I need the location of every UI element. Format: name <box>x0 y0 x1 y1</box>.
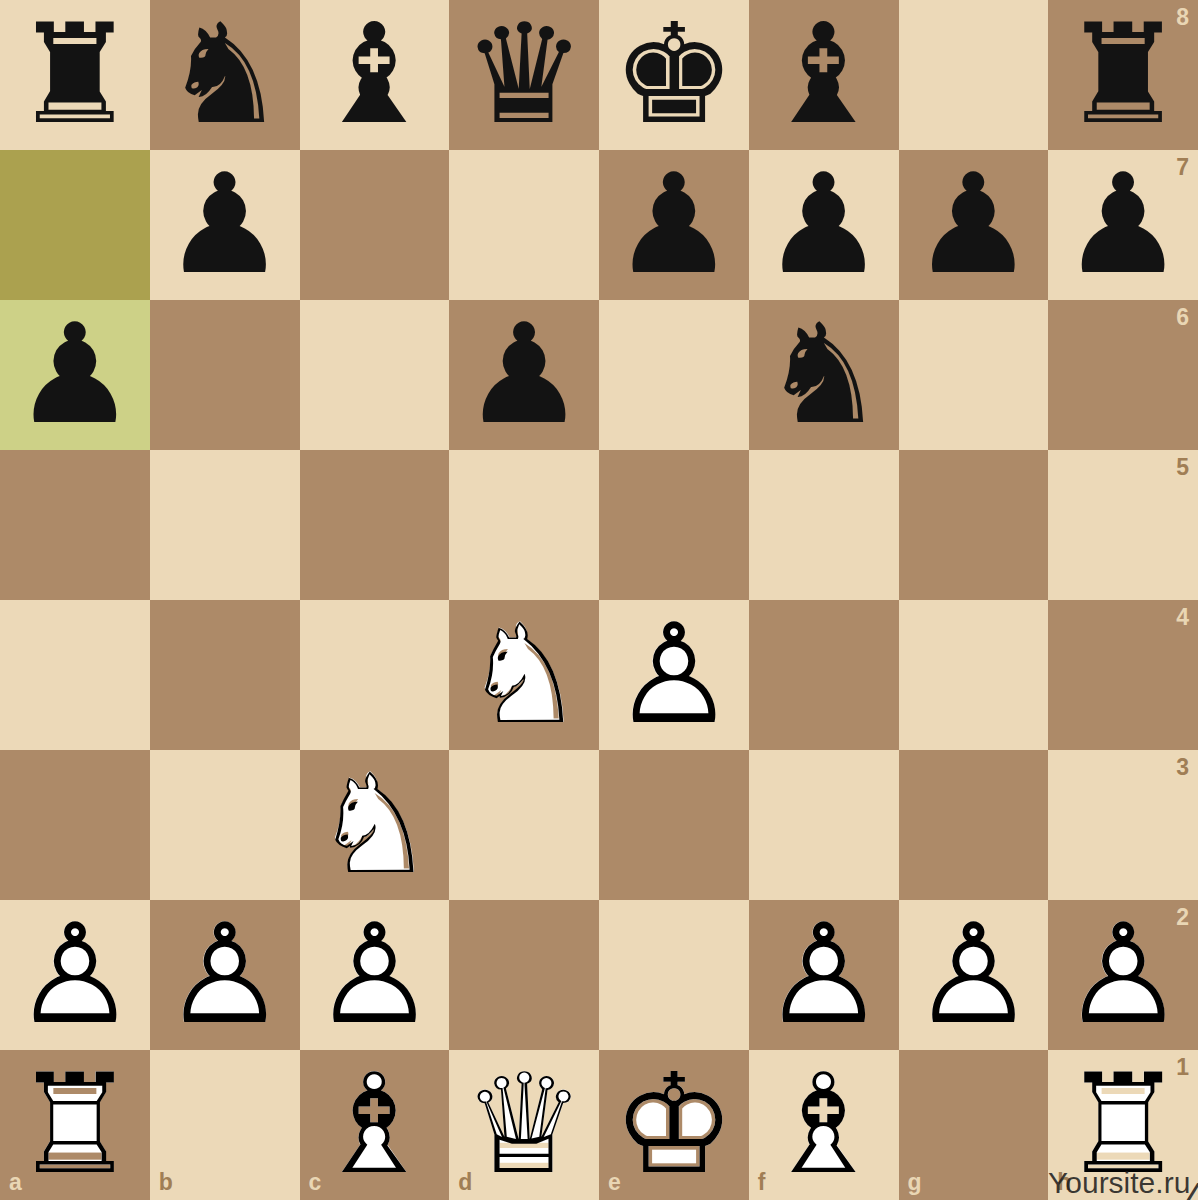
piece-outline-glyph: ♗ <box>300 1050 450 1200</box>
square-h2[interactable]: ♟♙2 <box>1048 900 1198 1050</box>
piece-glyph: ♟ <box>150 150 300 300</box>
watermark-text: Yoursite.ru <box>1048 1168 1190 1198</box>
square-e4[interactable]: ♟♙ <box>599 600 749 750</box>
piece-outline-glyph: ♗ <box>749 1050 899 1200</box>
piece-outline-glyph: ♙ <box>749 900 899 1050</box>
piece-white-knight[interactable]: ♞♘ <box>300 750 450 900</box>
piece-glyph: ♞ <box>150 0 300 150</box>
watermark-flourish: ⁄⁄ <box>1191 1179 1194 1200</box>
square-f8[interactable]: ♝ <box>749 0 899 150</box>
square-d2[interactable] <box>449 900 599 1050</box>
square-c6[interactable] <box>300 300 450 450</box>
square-d4[interactable]: ♞♘ <box>449 600 599 750</box>
piece-black-bishop[interactable]: ♝ <box>749 0 899 150</box>
piece-glyph: ♟ <box>599 150 749 300</box>
square-d7[interactable] <box>449 150 599 300</box>
file-label-e: e <box>608 1171 621 1194</box>
piece-outline-glyph: ♙ <box>150 900 300 1050</box>
square-f2[interactable]: ♟♙ <box>749 900 899 1050</box>
piece-white-bishop[interactable]: ♝♗ <box>749 1050 899 1200</box>
square-h8[interactable]: ♜8 <box>1048 0 1198 150</box>
piece-glyph: ♛ <box>449 0 599 150</box>
piece-black-bishop[interactable]: ♝ <box>300 0 450 150</box>
file-label-g: g <box>908 1171 922 1194</box>
rank-label-1: 1 <box>1176 1056 1189 1079</box>
rank-label-6: 6 <box>1176 306 1189 329</box>
rank-label-8: 8 <box>1176 6 1189 29</box>
piece-outline-glyph: ♙ <box>0 900 150 1050</box>
piece-black-king[interactable]: ♚ <box>599 0 749 150</box>
piece-glyph: ♟ <box>449 300 599 450</box>
rank-label-2: 2 <box>1176 906 1189 929</box>
square-c4[interactable] <box>300 600 450 750</box>
square-c2[interactable]: ♟♙ <box>300 900 450 1050</box>
square-g1[interactable]: g <box>899 1050 1049 1200</box>
square-f7[interactable]: ♟ <box>749 150 899 300</box>
piece-glyph: ♞ <box>749 300 899 450</box>
piece-white-king[interactable]: ♚♔ <box>599 1050 749 1200</box>
piece-glyph: ♟ <box>899 150 1049 300</box>
square-h4[interactable]: 4 <box>1048 600 1198 750</box>
piece-glyph: ♝ <box>749 0 899 150</box>
watermark: Yoursite.ru ⁄⁄ <box>1048 1168 1193 1198</box>
square-c1[interactable]: ♝♗c <box>300 1050 450 1200</box>
square-h3[interactable]: 3 <box>1048 750 1198 900</box>
file-label-b: b <box>159 1171 173 1194</box>
square-h7[interactable]: ♟7 <box>1048 150 1198 300</box>
square-b4[interactable] <box>150 600 300 750</box>
file-label-f: f <box>758 1171 766 1194</box>
square-g5[interactable] <box>899 450 1049 600</box>
square-c7[interactable] <box>300 150 450 300</box>
piece-black-pawn[interactable]: ♟ <box>0 300 150 450</box>
square-a6[interactable]: ♟ <box>0 300 150 450</box>
square-f5[interactable] <box>749 450 899 600</box>
chess-board: ♜♞♝♛♚♝♜8♟♟♟♟♟7♟♟♞65♞♘♟♙4♞♘3♟♙♟♙♟♙♟♙♟♙♟♙2… <box>0 0 1198 1200</box>
square-g4[interactable] <box>899 600 1049 750</box>
square-a2[interactable]: ♟♙ <box>0 900 150 1050</box>
rank-label-5: 5 <box>1176 456 1189 479</box>
rank-label-3: 3 <box>1176 756 1189 779</box>
square-e7[interactable]: ♟ <box>599 150 749 300</box>
square-h5[interactable]: 5 <box>1048 450 1198 600</box>
square-c5[interactable] <box>300 450 450 600</box>
square-b2[interactable]: ♟♙ <box>150 900 300 1050</box>
square-g2[interactable]: ♟♙ <box>899 900 1049 1050</box>
square-g7[interactable]: ♟ <box>899 150 1049 300</box>
piece-white-pawn[interactable]: ♟♙ <box>300 900 450 1050</box>
piece-white-pawn[interactable]: ♟♙ <box>0 900 150 1050</box>
piece-outline-glyph: ♙ <box>599 600 749 750</box>
square-b5[interactable] <box>150 450 300 600</box>
square-e8[interactable]: ♚ <box>599 0 749 150</box>
piece-white-knight[interactable]: ♞♘ <box>449 600 599 750</box>
rank-label-4: 4 <box>1176 606 1189 629</box>
piece-white-rook[interactable]: ♜♖ <box>0 1050 150 1200</box>
piece-white-pawn[interactable]: ♟♙ <box>599 600 749 750</box>
square-f1[interactable]: ♝♗f <box>749 1050 899 1200</box>
square-f6[interactable]: ♞ <box>749 300 899 450</box>
file-label-d: d <box>458 1171 472 1194</box>
square-b1[interactable]: b <box>150 1050 300 1200</box>
piece-black-queen[interactable]: ♛ <box>449 0 599 150</box>
file-label-c: c <box>309 1171 322 1194</box>
piece-black-pawn[interactable]: ♟ <box>599 150 749 300</box>
piece-white-pawn[interactable]: ♟♙ <box>899 900 1049 1050</box>
piece-outline-glyph: ♔ <box>599 1050 749 1200</box>
square-b7[interactable]: ♟ <box>150 150 300 300</box>
square-d6[interactable]: ♟ <box>449 300 599 450</box>
piece-glyph: ♝ <box>300 0 450 150</box>
square-e5[interactable] <box>599 450 749 600</box>
square-g8[interactable] <box>899 0 1049 150</box>
square-a3[interactable] <box>0 750 150 900</box>
square-e2[interactable] <box>599 900 749 1050</box>
square-f3[interactable] <box>749 750 899 900</box>
piece-black-pawn[interactable]: ♟ <box>749 150 899 300</box>
piece-black-knight[interactable]: ♞ <box>150 0 300 150</box>
file-label-a: a <box>9 1171 22 1194</box>
square-d5[interactable] <box>449 450 599 600</box>
square-b8[interactable]: ♞ <box>150 0 300 150</box>
square-g3[interactable] <box>899 750 1049 900</box>
piece-outline-glyph: ♘ <box>300 750 450 900</box>
piece-black-pawn[interactable]: ♟ <box>449 300 599 450</box>
square-d3[interactable] <box>449 750 599 900</box>
square-e1[interactable]: ♚♔e <box>599 1050 749 1200</box>
piece-outline-glyph: ♙ <box>300 900 450 1050</box>
piece-outline-glyph: ♘ <box>449 600 599 750</box>
square-b6[interactable] <box>150 300 300 450</box>
square-e6[interactable] <box>599 300 749 450</box>
square-a4[interactable] <box>0 600 150 750</box>
piece-glyph: ♚ <box>599 0 749 150</box>
piece-glyph: ♟ <box>0 300 150 450</box>
piece-glyph: ♜ <box>0 0 150 150</box>
square-a1[interactable]: ♜♖a <box>0 1050 150 1200</box>
square-g6[interactable] <box>899 300 1049 450</box>
piece-black-knight[interactable]: ♞ <box>749 300 899 450</box>
square-a5[interactable] <box>0 450 150 600</box>
square-b3[interactable] <box>150 750 300 900</box>
square-c8[interactable]: ♝ <box>300 0 450 150</box>
rank-label-7: 7 <box>1176 156 1189 179</box>
piece-outline-glyph: ♖ <box>0 1050 150 1200</box>
square-h6[interactable]: 6 <box>1048 300 1198 450</box>
square-a7[interactable] <box>0 150 150 300</box>
piece-black-pawn[interactable]: ♟ <box>899 150 1049 300</box>
piece-white-pawn[interactable]: ♟♙ <box>749 900 899 1050</box>
piece-black-pawn[interactable]: ♟ <box>150 150 300 300</box>
square-d1[interactable]: ♛♕d <box>449 1050 599 1200</box>
piece-outline-glyph: ♙ <box>899 900 1049 1050</box>
piece-black-rook[interactable]: ♜ <box>0 0 150 150</box>
square-a8[interactable]: ♜ <box>0 0 150 150</box>
square-d8[interactable]: ♛ <box>449 0 599 150</box>
piece-glyph: ♟ <box>749 150 899 300</box>
square-c3[interactable]: ♞♘ <box>300 750 450 900</box>
square-f4[interactable] <box>749 600 899 750</box>
piece-white-bishop[interactable]: ♝♗ <box>300 1050 450 1200</box>
piece-white-pawn[interactable]: ♟♙ <box>150 900 300 1050</box>
square-e3[interactable] <box>599 750 749 900</box>
